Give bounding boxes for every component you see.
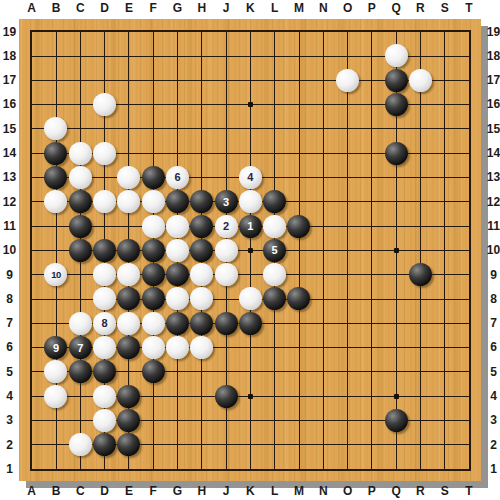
column-label: F [141, 483, 165, 500]
move-number: 4 [247, 171, 253, 183]
column-label: K [238, 0, 262, 17]
column-label: M [287, 483, 311, 500]
black-stone-E4[interactable] [117, 385, 140, 408]
row-label: 11 [485, 214, 500, 238]
row-label: 8 [485, 287, 500, 311]
white-stone-B5[interactable] [44, 360, 67, 383]
white-stone-B4[interactable] [44, 385, 67, 408]
row-label: 1 [1, 457, 18, 481]
row-label: 10 [1, 238, 18, 262]
white-stone-E9[interactable] [117, 263, 140, 286]
column-label: L [263, 483, 287, 500]
column-label: Q [384, 0, 408, 17]
black-stone-K11[interactable]: 1 [239, 215, 262, 238]
black-stone-E10[interactable] [117, 239, 140, 262]
black-stone-B6[interactable]: 9 [44, 336, 67, 359]
column-label: K [238, 483, 262, 500]
white-stone-L11[interactable] [263, 215, 286, 238]
white-stone-Q18[interactable] [385, 44, 408, 67]
white-stone-E13[interactable] [117, 166, 140, 189]
white-stone-C2[interactable] [69, 433, 92, 456]
row-label: 7 [485, 311, 500, 335]
column-label: N [311, 0, 335, 17]
black-stone-M8[interactable] [287, 287, 310, 310]
move-number: 7 [77, 342, 83, 354]
white-stone-O17[interactable] [336, 69, 359, 92]
black-stone-D2[interactable] [93, 433, 116, 456]
white-stone-G8[interactable] [166, 287, 189, 310]
white-stone-K12[interactable] [239, 190, 262, 213]
move-number: 1 [247, 220, 253, 232]
white-stone-K13[interactable]: 4 [239, 166, 262, 189]
black-stone-C6[interactable]: 7 [69, 336, 92, 359]
white-stone-J11[interactable]: 2 [215, 215, 238, 238]
black-stone-C12[interactable] [69, 190, 92, 213]
white-stone-D16[interactable] [93, 93, 116, 116]
stones-layer: 64321510897 [20, 20, 482, 482]
white-stone-D12[interactable] [93, 190, 116, 213]
black-stone-Q17[interactable] [385, 69, 408, 92]
column-label: R [408, 483, 432, 500]
row-label: 5 [485, 360, 500, 384]
black-stone-C10[interactable] [69, 239, 92, 262]
column-label: L [263, 0, 287, 17]
black-stone-D10[interactable] [93, 239, 116, 262]
row-label: 19 [485, 20, 500, 44]
column-label: E [117, 483, 141, 500]
black-stone-G12[interactable] [166, 190, 189, 213]
white-stone-F6[interactable] [142, 336, 165, 359]
move-number: 3 [223, 196, 229, 208]
column-label: S [433, 483, 457, 500]
black-stone-L10[interactable]: 5 [263, 239, 286, 262]
row-label: 1 [485, 457, 500, 481]
white-stone-G6[interactable] [166, 336, 189, 359]
move-number: 8 [102, 317, 108, 329]
white-stone-F12[interactable] [142, 190, 165, 213]
white-stone-R17[interactable] [409, 69, 432, 92]
row-label: 10 [485, 238, 500, 262]
white-stone-D4[interactable] [93, 385, 116, 408]
column-label: B [44, 0, 68, 17]
column-label: R [408, 0, 432, 17]
black-stone-L12[interactable] [263, 190, 286, 213]
move-number: 2 [223, 220, 229, 232]
column-label: C [68, 0, 92, 17]
white-stone-C13[interactable] [69, 166, 92, 189]
column-label: D [92, 483, 116, 500]
white-stone-D3[interactable] [93, 409, 116, 432]
column-label: G [165, 483, 189, 500]
column-label: P [360, 0, 384, 17]
white-stone-K8[interactable] [239, 287, 262, 310]
move-number: 5 [272, 244, 278, 256]
black-stone-J12[interactable]: 3 [215, 190, 238, 213]
white-stone-G11[interactable] [166, 215, 189, 238]
row-label: 2 [1, 433, 18, 457]
column-label: D [92, 0, 116, 17]
white-stone-D9[interactable] [93, 263, 116, 286]
column-label: A [20, 0, 44, 17]
black-stone-F13[interactable] [142, 166, 165, 189]
black-stone-C5[interactable] [69, 360, 92, 383]
column-label: S [433, 0, 457, 17]
column-label: T [457, 483, 481, 500]
black-stone-K7[interactable] [239, 312, 262, 335]
column-label: N [311, 483, 335, 500]
column-label: O [335, 483, 359, 500]
column-label: P [360, 483, 384, 500]
row-label: 12 [1, 190, 18, 214]
black-stone-Q16[interactable] [385, 93, 408, 116]
row-label: 14 [1, 141, 18, 165]
column-labels-bottom: ABCDEFGHJKLMNOPQRST [20, 483, 482, 500]
row-label: 18 [1, 44, 18, 68]
black-stone-H12[interactable] [190, 190, 213, 213]
row-label: 4 [1, 384, 18, 408]
column-label: G [165, 0, 189, 17]
move-number: 10 [51, 269, 61, 280]
row-label: 15 [485, 117, 500, 141]
move-number: 6 [174, 171, 180, 183]
column-label: A [20, 483, 44, 500]
black-stone-C11[interactable] [69, 215, 92, 238]
row-label: 14 [485, 141, 500, 165]
column-label: Q [384, 483, 408, 500]
row-label: 13 [485, 165, 500, 189]
white-stone-D7[interactable]: 8 [93, 312, 116, 335]
white-stone-B15[interactable] [44, 117, 67, 140]
row-label: 9 [485, 263, 500, 287]
move-number: 9 [53, 342, 59, 354]
black-stone-F9[interactable] [142, 263, 165, 286]
black-stone-G9[interactable] [166, 263, 189, 286]
row-label: 11 [1, 214, 18, 238]
black-stone-E2[interactable] [117, 433, 140, 456]
row-label: 8 [1, 287, 18, 311]
row-labels-right: 19181716151413121110987654321 [485, 20, 500, 482]
black-stone-J4[interactable] [215, 385, 238, 408]
black-stone-H7[interactable] [190, 312, 213, 335]
column-label: H [190, 483, 214, 500]
row-label: 4 [485, 384, 500, 408]
white-stone-G13[interactable]: 6 [166, 166, 189, 189]
black-stone-Q14[interactable] [385, 142, 408, 165]
black-stone-F10[interactable] [142, 239, 165, 262]
black-stone-E6[interactable] [117, 336, 140, 359]
column-label: F [141, 0, 165, 17]
row-label: 16 [485, 92, 500, 116]
black-stone-R9[interactable] [409, 263, 432, 286]
row-label: 3 [1, 408, 18, 432]
go-board-diagram: ABCDEFGHJKLMNOPQRST ABCDEFGHJKLMNOPQRST … [0, 0, 500, 500]
row-label: 2 [485, 433, 500, 457]
white-stone-D6[interactable] [93, 336, 116, 359]
black-stone-H11[interactable] [190, 215, 213, 238]
black-stone-D5[interactable] [93, 360, 116, 383]
black-stone-H10[interactable] [190, 239, 213, 262]
black-stone-J7[interactable] [215, 312, 238, 335]
column-label: H [190, 0, 214, 17]
white-stone-C14[interactable] [69, 142, 92, 165]
black-stone-E3[interactable] [117, 409, 140, 432]
column-label: M [287, 0, 311, 17]
white-stone-B9[interactable]: 10 [44, 263, 67, 286]
white-stone-G10[interactable] [166, 239, 189, 262]
row-label: 12 [485, 190, 500, 214]
black-stone-F8[interactable] [142, 287, 165, 310]
column-label: O [335, 0, 359, 17]
white-stone-E12[interactable] [117, 190, 140, 213]
row-label: 9 [1, 263, 18, 287]
white-stone-E7[interactable] [117, 312, 140, 335]
row-label: 17 [1, 68, 18, 92]
white-stone-D8[interactable] [93, 287, 116, 310]
column-label: J [214, 0, 238, 17]
column-label: J [214, 483, 238, 500]
black-stone-L8[interactable] [263, 287, 286, 310]
white-stone-D14[interactable] [93, 142, 116, 165]
row-label: 5 [1, 360, 18, 384]
row-label: 7 [1, 311, 18, 335]
black-stone-Q3[interactable] [385, 409, 408, 432]
column-label: E [117, 0, 141, 17]
column-label: B [44, 483, 68, 500]
row-label: 17 [485, 68, 500, 92]
column-labels-top: ABCDEFGHJKLMNOPQRST [20, 0, 482, 17]
column-label: T [457, 0, 481, 17]
black-stone-M11[interactable] [287, 215, 310, 238]
white-stone-F7[interactable] [142, 312, 165, 335]
white-stone-H6[interactable] [190, 336, 213, 359]
white-stone-H8[interactable] [190, 287, 213, 310]
white-stone-L9[interactable] [263, 263, 286, 286]
row-label: 6 [1, 335, 18, 359]
row-label: 18 [485, 44, 500, 68]
white-stone-F11[interactable] [142, 215, 165, 238]
black-stone-E8[interactable] [117, 287, 140, 310]
row-label: 15 [1, 117, 18, 141]
white-stone-H9[interactable] [190, 263, 213, 286]
white-stone-J10[interactable] [215, 239, 238, 262]
row-label: 3 [485, 408, 500, 432]
white-stone-C7[interactable] [69, 312, 92, 335]
column-label: C [68, 483, 92, 500]
black-stone-B14[interactable] [44, 142, 67, 165]
white-stone-B12[interactable] [44, 190, 67, 213]
black-stone-F5[interactable] [142, 360, 165, 383]
black-stone-B13[interactable] [44, 166, 67, 189]
row-label: 13 [1, 165, 18, 189]
row-label: 16 [1, 92, 18, 116]
white-stone-J9[interactable] [215, 263, 238, 286]
row-label: 19 [1, 20, 18, 44]
row-labels-left: 19181716151413121110987654321 [1, 20, 18, 482]
row-label: 6 [485, 335, 500, 359]
black-stone-G7[interactable] [166, 312, 189, 335]
